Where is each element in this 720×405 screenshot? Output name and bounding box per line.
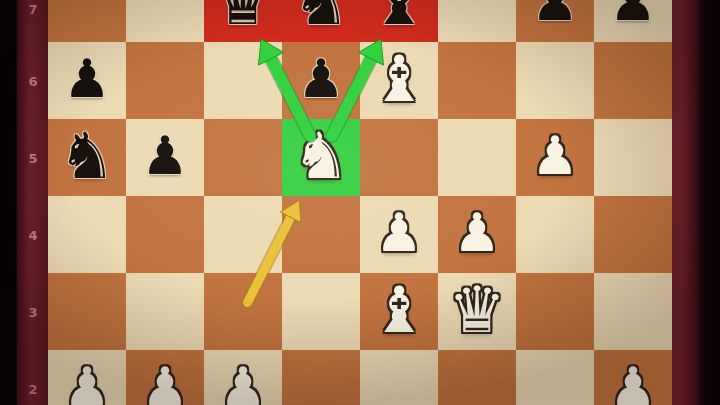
- white-pawn-b2: ♟: [141, 360, 189, 405]
- square-g7: ♟: [516, 0, 594, 42]
- video-frame: ♛♞♝♟♟♟♟♝♞♟♞♟♟♟♝♛♟♟♟♟ 765432: [0, 0, 720, 405]
- square-h4: [594, 196, 672, 273]
- square-b3: [126, 273, 204, 350]
- rank-label-4: 4: [28, 227, 37, 242]
- square-e3: ♝: [360, 273, 438, 350]
- square-c7: ♛: [204, 0, 282, 42]
- square-e5: [360, 119, 438, 196]
- square-e2: [360, 350, 438, 405]
- square-a6: ♟: [48, 42, 126, 119]
- square-h3: [594, 273, 672, 350]
- square-g3: [516, 273, 594, 350]
- black-knight-d7: ♞: [292, 0, 349, 34]
- square-h6: [594, 42, 672, 119]
- square-c5: [204, 119, 282, 196]
- black-pawn-g7: ♟: [531, 0, 579, 28]
- square-b7: [126, 0, 204, 42]
- square-g2: [516, 350, 594, 405]
- board-frame-left: [0, 0, 48, 405]
- square-d3: [282, 273, 360, 350]
- square-f6: [438, 42, 516, 119]
- square-d6: ♟: [282, 42, 360, 119]
- square-c3: [204, 273, 282, 350]
- square-f5: [438, 119, 516, 196]
- square-a5: ♞: [48, 119, 126, 196]
- black-pawn-d6: ♟: [297, 52, 345, 105]
- white-queen-f3: ♛: [448, 278, 505, 342]
- square-d5: ♞: [282, 119, 360, 196]
- square-a3: [48, 273, 126, 350]
- square-d7: ♞: [282, 0, 360, 42]
- rank-label-2: 2: [28, 381, 37, 396]
- white-pawn-a2: ♟: [63, 360, 111, 405]
- square-h7: ♟: [594, 0, 672, 42]
- square-f4: ♟: [438, 196, 516, 273]
- square-g5: ♟: [516, 119, 594, 196]
- square-e4: ♟: [360, 196, 438, 273]
- square-g4: [516, 196, 594, 273]
- black-pawn-h7: ♟: [609, 0, 657, 28]
- white-bishop-e6: ♝: [370, 47, 427, 111]
- board-frame-right: [672, 0, 720, 405]
- square-e6: ♝: [360, 42, 438, 119]
- square-d2: [282, 350, 360, 405]
- square-c2: ♟: [204, 350, 282, 405]
- white-pawn-c2: ♟: [219, 360, 267, 405]
- square-f7: [438, 0, 516, 42]
- square-h2: ♟: [594, 350, 672, 405]
- rank-label-7: 7: [28, 2, 37, 17]
- square-c6: [204, 42, 282, 119]
- square-b5: ♟: [126, 119, 204, 196]
- black-bishop-e7: ♝: [370, 0, 427, 34]
- white-pawn-f4: ♟: [453, 206, 501, 259]
- square-a4: [48, 196, 126, 273]
- square-d4: [282, 196, 360, 273]
- white-knight-d5: ♞: [292, 124, 349, 188]
- square-b4: [126, 196, 204, 273]
- square-f3: ♛: [438, 273, 516, 350]
- black-pawn-a6: ♟: [63, 52, 111, 105]
- white-pawn-h2: ♟: [609, 360, 657, 405]
- black-pawn-b5: ♟: [141, 129, 189, 182]
- rank-label-5: 5: [28, 150, 37, 165]
- square-a7: [48, 0, 126, 42]
- square-g6: [516, 42, 594, 119]
- square-f2: [438, 350, 516, 405]
- square-b6: [126, 42, 204, 119]
- square-h5: [594, 119, 672, 196]
- black-knight-a5: ♞: [58, 124, 115, 188]
- black-queen-c7: ♛: [214, 0, 271, 34]
- white-pawn-g5: ♟: [531, 129, 579, 182]
- rank-label-6: 6: [28, 73, 37, 88]
- rank-label-3: 3: [28, 304, 37, 319]
- square-a2: ♟: [48, 350, 126, 405]
- square-c4: [204, 196, 282, 273]
- white-pawn-e4: ♟: [375, 206, 423, 259]
- white-bishop-e3: ♝: [370, 278, 427, 342]
- square-e7: ♝: [360, 0, 438, 42]
- chess-board: ♛♞♝♟♟♟♟♝♞♟♞♟♟♟♝♛♟♟♟♟: [48, 0, 672, 405]
- square-b2: ♟: [126, 350, 204, 405]
